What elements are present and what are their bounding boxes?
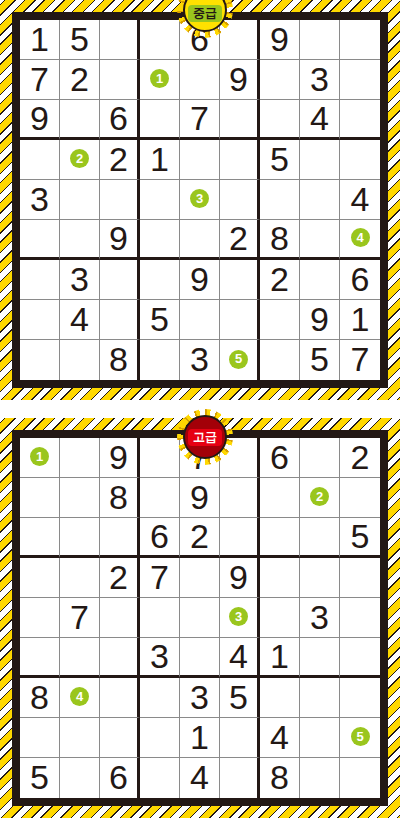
p1-cell-r3c6[interactable] [220,100,260,140]
p2-cell-r7c9[interactable] [340,678,380,718]
p1-cell-r5c8[interactable] [300,180,340,220]
p1-cell-r8c4[interactable]: 5 [140,300,180,340]
p1-cell-r4c4[interactable]: 1 [140,140,180,180]
p2-cell-r9c4[interactable] [140,758,180,798]
p1-circled-marker-3: 3 [190,189,209,208]
p1-cell-r5c2[interactable] [60,180,100,220]
p2-cell-r4c3[interactable]: 2 [100,558,140,598]
p2-cell-r6c9[interactable] [340,638,380,678]
p1-cell-r1c9[interactable] [340,20,380,60]
difficulty-label-2: 고급 [188,429,222,446]
p1-cell-r9c3[interactable]: 8 [100,340,140,380]
p1-cell-r2c1[interactable]: 7 [20,60,60,100]
p1-cell-r6c4[interactable] [140,220,180,260]
p2-cell-r3c9[interactable]: 5 [340,518,380,558]
p2-cell-r8c2[interactable] [60,718,100,758]
p2-cell-r5c3[interactable] [100,598,140,638]
p1-cell-r4c8[interactable] [300,140,340,180]
p1-cell-r2c5[interactable] [180,60,220,100]
sudoku-puzzle-2: 1976289262527973334184351455648 고급 [0,418,400,818]
p2-cell-r4c2[interactable] [60,558,100,598]
p2-cell-r7c5[interactable]: 3 [180,678,220,718]
p2-cell-r9c3[interactable]: 6 [100,758,140,798]
p1-cell-r5c7[interactable] [260,180,300,220]
p1-cell-r6c2[interactable] [60,220,100,260]
p2-cell-r4c7[interactable] [260,558,300,598]
p1-cell-r4c7[interactable]: 5 [260,140,300,180]
p1-cell-r3c9[interactable] [340,100,380,140]
p1-cell-r4c1[interactable] [20,140,60,180]
p2-cell-r6c4[interactable]: 3 [140,638,180,678]
p2-cell-r4c1[interactable] [20,558,60,598]
p1-cell-r6c7[interactable]: 8 [260,220,300,260]
p2-cell-r1c9[interactable]: 2 [340,438,380,478]
p2-circled-marker-3: 3 [229,607,248,626]
p2-circled-marker-4: 4 [70,687,89,706]
p2-cell-r3c6[interactable] [220,518,260,558]
p1-cell-r3c5[interactable]: 7 [180,100,220,140]
p2-cell-r2c5[interactable]: 9 [180,478,220,518]
p1-cell-r3c2[interactable] [60,100,100,140]
p1-cell-r7c1[interactable] [20,260,60,300]
p1-cell-r7c6[interactable] [220,260,260,300]
p2-cell-r8c9[interactable]: 5 [340,718,380,758]
p2-cell-r8c6[interactable] [220,718,260,758]
p2-cell-r5c6[interactable]: 3 [220,598,260,638]
p2-cell-r7c1[interactable]: 8 [20,678,60,718]
p2-cell-r2c8[interactable]: 2 [300,478,340,518]
p1-cell-r3c4[interactable] [140,100,180,140]
p2-cell-r9c8[interactable] [300,758,340,798]
p1-cell-r6c8[interactable] [300,220,340,260]
p1-cell-r9c4[interactable] [140,340,180,380]
p1-cell-r2c6[interactable]: 9 [220,60,260,100]
p1-cell-r8c8[interactable]: 9 [300,300,340,340]
p1-cell-r1c8[interactable] [300,20,340,60]
p2-cell-r8c7[interactable]: 4 [260,718,300,758]
sudoku-grid-2: 1976289262527973334184351455648 [20,438,380,798]
p1-cell-r7c3[interactable] [100,260,140,300]
p2-cell-r5c2[interactable]: 7 [60,598,100,638]
sudoku-puzzle-1: 1569721939674221533492843926459183557 중급 [0,0,400,400]
p2-cell-r5c4[interactable] [140,598,180,638]
p2-cell-r7c2[interactable]: 4 [60,678,100,718]
p1-cell-r8c6[interactable] [220,300,260,340]
p2-cell-r7c3[interactable] [100,678,140,718]
p2-cell-r1c8[interactable] [300,438,340,478]
p1-cell-r9c9[interactable]: 7 [340,340,380,380]
p2-cell-r4c8[interactable] [300,558,340,598]
p2-cell-r3c3[interactable] [100,518,140,558]
p2-cell-r7c4[interactable] [140,678,180,718]
p2-circled-marker-5: 5 [351,727,370,746]
p1-cell-r4c3[interactable]: 2 [100,140,140,180]
p2-cell-r2c6[interactable] [220,478,260,518]
p2-cell-r1c7[interactable]: 6 [260,438,300,478]
difficulty-badge-2: 고급 [183,415,227,459]
p1-cell-r7c5[interactable]: 9 [180,260,220,300]
p2-cell-r8c1[interactable] [20,718,60,758]
board-frame-1: 1569721939674221533492843926459183557 [12,12,388,388]
p1-cell-r9c1[interactable] [20,340,60,380]
p1-cell-r1c2[interactable]: 5 [60,20,100,60]
p2-cell-r9c7[interactable]: 8 [260,758,300,798]
p1-circled-marker-5: 5 [229,350,248,369]
p1-cell-r5c9[interactable]: 4 [340,180,380,220]
p1-cell-r2c9[interactable] [340,60,380,100]
p1-cell-r2c7[interactable] [260,60,300,100]
p1-cell-r7c9[interactable]: 6 [340,260,380,300]
p2-cell-r2c1[interactable] [20,478,60,518]
p1-cell-r4c2[interactable]: 2 [60,140,100,180]
p2-cell-r6c3[interactable] [100,638,140,678]
p2-cell-r7c8[interactable] [300,678,340,718]
p1-cell-r9c2[interactable] [60,340,100,380]
p2-cell-r6c5[interactable] [180,638,220,678]
p1-cell-r6c3[interactable]: 9 [100,220,140,260]
p1-cell-r8c2[interactable]: 4 [60,300,100,340]
p2-cell-r6c8[interactable] [300,638,340,678]
p1-cell-r8c3[interactable] [100,300,140,340]
p1-cell-r6c1[interactable] [20,220,60,260]
p2-cell-r8c8[interactable] [300,718,340,758]
p2-cell-r9c9[interactable] [340,758,380,798]
p2-cell-r1c4[interactable] [140,438,180,478]
p1-cell-r9c7[interactable] [260,340,300,380]
difficulty-label-1: 중급 [188,5,222,22]
p1-cell-r3c1[interactable]: 9 [20,100,60,140]
p2-cell-r1c2[interactable] [60,438,100,478]
p1-cell-r6c6[interactable]: 2 [220,220,260,260]
p2-cell-r1c1[interactable]: 1 [20,438,60,478]
p1-cell-r7c8[interactable] [300,260,340,300]
p2-cell-r9c1[interactable]: 5 [20,758,60,798]
p1-cell-r8c9[interactable]: 1 [340,300,380,340]
p2-cell-r5c9[interactable] [340,598,380,638]
p2-cell-r7c6[interactable]: 5 [220,678,260,718]
p2-cell-r6c7[interactable]: 1 [260,638,300,678]
p2-cell-r3c1[interactable] [20,518,60,558]
p2-cell-r5c1[interactable] [20,598,60,638]
p2-cell-r4c5[interactable] [180,558,220,598]
p2-cell-r6c1[interactable] [20,638,60,678]
p2-cell-r2c3[interactable]: 8 [100,478,140,518]
p2-cell-r8c5[interactable]: 1 [180,718,220,758]
p1-cell-r5c5[interactable]: 3 [180,180,220,220]
p2-cell-r9c6[interactable] [220,758,260,798]
p1-cell-r3c7[interactable] [260,100,300,140]
p1-cell-r2c4[interactable]: 1 [140,60,180,100]
p1-circled-marker-4: 4 [351,228,370,247]
difficulty-badge-1: 중급 [183,0,227,32]
p1-cell-r2c3[interactable] [100,60,140,100]
p2-cell-r4c4[interactable]: 7 [140,558,180,598]
p2-cell-r7c7[interactable] [260,678,300,718]
p2-cell-r4c6[interactable]: 9 [220,558,260,598]
p1-cell-r3c8[interactable]: 4 [300,100,340,140]
p2-cell-r6c2[interactable] [60,638,100,678]
p1-cell-r6c9[interactable]: 4 [340,220,380,260]
p1-cell-r8c5[interactable] [180,300,220,340]
p1-cell-r4c6[interactable] [220,140,260,180]
p2-cell-r2c2[interactable] [60,478,100,518]
p2-cell-r5c5[interactable] [180,598,220,638]
p2-cell-r9c5[interactable]: 4 [180,758,220,798]
p1-cell-r5c1[interactable]: 3 [20,180,60,220]
p1-cell-r3c3[interactable]: 6 [100,100,140,140]
p1-cell-r5c6[interactable] [220,180,260,220]
p1-cell-r7c4[interactable] [140,260,180,300]
p1-cell-r1c1[interactable]: 1 [20,20,60,60]
p2-cell-r2c4[interactable] [140,478,180,518]
p1-cell-r6c5[interactable] [180,220,220,260]
p1-cell-r2c2[interactable]: 2 [60,60,100,100]
p2-cell-r8c3[interactable] [100,718,140,758]
p1-cell-r7c2[interactable]: 3 [60,260,100,300]
p2-cell-r3c7[interactable] [260,518,300,558]
p1-cell-r5c4[interactable] [140,180,180,220]
p2-circled-marker-1: 1 [30,447,49,466]
p1-cell-r1c7[interactable]: 9 [260,20,300,60]
p2-cell-r5c7[interactable] [260,598,300,638]
p2-circled-marker-2: 2 [310,487,329,506]
p2-cell-r5c8[interactable]: 3 [300,598,340,638]
p2-cell-r3c2[interactable] [60,518,100,558]
sudoku-grid-1: 1569721939674221533492843926459183557 [20,20,380,380]
board-frame-2: 1976289262527973334184351455648 [12,430,388,806]
p1-cell-r7c7[interactable]: 2 [260,260,300,300]
p2-cell-r2c9[interactable] [340,478,380,518]
p2-cell-r6c6[interactable]: 4 [220,638,260,678]
p1-cell-r8c7[interactable] [260,300,300,340]
p1-cell-r2c8[interactable]: 3 [300,60,340,100]
p2-cell-r9c2[interactable] [60,758,100,798]
p1-cell-r5c3[interactable] [100,180,140,220]
p2-cell-r4c9[interactable] [340,558,380,598]
p1-cell-r8c1[interactable] [20,300,60,340]
p2-cell-r1c3[interactable]: 9 [100,438,140,478]
p1-cell-r9c8[interactable]: 5 [300,340,340,380]
p2-cell-r3c8[interactable] [300,518,340,558]
p1-cell-r4c9[interactable] [340,140,380,180]
p1-cell-r9c6[interactable]: 5 [220,340,260,380]
p2-cell-r3c5[interactable]: 2 [180,518,220,558]
p1-cell-r4c5[interactable] [180,140,220,180]
p2-cell-r3c4[interactable]: 6 [140,518,180,558]
p1-circled-marker-2: 2 [70,149,89,168]
page: 1569721939674221533492843926459183557 중급… [0,0,400,818]
p1-cell-r1c4[interactable] [140,20,180,60]
p2-cell-r2c7[interactable] [260,478,300,518]
p1-cell-r1c3[interactable] [100,20,140,60]
p2-cell-r8c4[interactable] [140,718,180,758]
p1-circled-marker-1: 1 [150,69,169,88]
p1-cell-r9c5[interactable]: 3 [180,340,220,380]
